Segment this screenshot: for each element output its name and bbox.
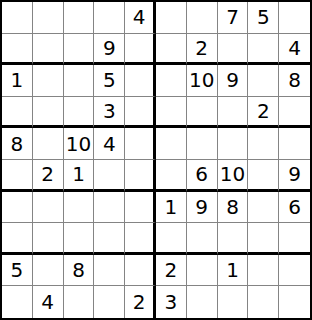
cell-r3c5-empty[interactable] [125, 65, 156, 97]
cell-r7c4-empty[interactable] [94, 192, 125, 224]
cell-r1c10-empty[interactable] [279, 2, 310, 34]
cell-r8c10-empty[interactable] [279, 223, 310, 255]
cell-r3c6-empty[interactable] [156, 65, 187, 97]
cell-r4c1-empty[interactable] [2, 97, 33, 129]
cell-r5c4-given: 4 [94, 128, 125, 160]
cell-r6c4-empty[interactable] [94, 160, 125, 192]
cell-r1c7-empty[interactable] [187, 2, 218, 34]
cell-r2c7-given: 2 [187, 34, 218, 66]
cell-r10c9-empty[interactable] [248, 286, 279, 318]
cell-r6c7-given: 6 [187, 160, 218, 192]
cell-r8c9-empty[interactable] [248, 223, 279, 255]
cell-r3c1-given: 1 [2, 65, 33, 97]
cell-r1c4-empty[interactable] [94, 2, 125, 34]
cell-r3c2-empty[interactable] [33, 65, 64, 97]
cell-r10c2-given: 4 [33, 286, 64, 318]
cell-r6c8-given: 10 [218, 160, 249, 192]
cell-r2c9-empty[interactable] [248, 34, 279, 66]
cell-r7c5-empty[interactable] [125, 192, 156, 224]
cell-r9c7-empty[interactable] [187, 255, 218, 287]
cell-r2c6-empty[interactable] [156, 34, 187, 66]
cell-r2c1-empty[interactable] [2, 34, 33, 66]
cell-r10c8-empty[interactable] [218, 286, 249, 318]
cell-r10c5-given: 2 [125, 286, 156, 318]
cell-r9c8-given: 1 [218, 255, 249, 287]
cell-r6c1-empty[interactable] [2, 160, 33, 192]
cell-r6c9-empty[interactable] [248, 160, 279, 192]
cell-r1c1-empty[interactable] [2, 2, 33, 34]
cell-r6c2-given: 2 [33, 160, 64, 192]
cell-r8c7-empty[interactable] [187, 223, 218, 255]
cell-r4c8-empty[interactable] [218, 97, 249, 129]
cell-r5c8-empty[interactable] [218, 128, 249, 160]
cell-r9c4-empty[interactable] [94, 255, 125, 287]
cell-r4c9-given: 2 [248, 97, 279, 129]
cell-r1c5-given: 4 [125, 2, 156, 34]
cell-r5c2-empty[interactable] [33, 128, 64, 160]
cell-r10c7-empty[interactable] [187, 286, 218, 318]
cell-r4c6-empty[interactable] [156, 97, 187, 129]
cell-r3c9-empty[interactable] [248, 65, 279, 97]
cell-r4c10-empty[interactable] [279, 97, 310, 129]
cell-r6c5-empty[interactable] [125, 160, 156, 192]
cell-r10c1-empty[interactable] [2, 286, 33, 318]
cell-r8c5-empty[interactable] [125, 223, 156, 255]
cell-r1c8-given: 7 [218, 2, 249, 34]
cell-r2c8-empty[interactable] [218, 34, 249, 66]
cell-r3c8-given: 9 [218, 65, 249, 97]
cell-r6c6-empty[interactable] [156, 160, 187, 192]
cell-r7c6-given: 1 [156, 192, 187, 224]
cell-r5c9-empty[interactable] [248, 128, 279, 160]
cell-r3c4-given: 5 [94, 65, 125, 97]
cell-r8c4-empty[interactable] [94, 223, 125, 255]
cell-r8c1-empty[interactable] [2, 223, 33, 255]
cell-r5c5-empty[interactable] [125, 128, 156, 160]
cell-r9c1-given: 5 [2, 255, 33, 287]
cell-r1c2-empty[interactable] [33, 2, 64, 34]
cell-r5c1-given: 8 [2, 128, 33, 160]
cell-r2c5-empty[interactable] [125, 34, 156, 66]
cell-r5c3-given: 10 [64, 128, 95, 160]
cell-r6c3-given: 1 [64, 160, 95, 192]
cell-r9c5-empty[interactable] [125, 255, 156, 287]
cell-r7c1-empty[interactable] [2, 192, 33, 224]
cell-r3c3-empty[interactable] [64, 65, 95, 97]
cell-r1c3-empty[interactable] [64, 2, 95, 34]
cell-r3c7-given: 10 [187, 65, 218, 97]
cell-r2c2-empty[interactable] [33, 34, 64, 66]
cell-r8c6-empty[interactable] [156, 223, 187, 255]
cell-r8c2-empty[interactable] [33, 223, 64, 255]
cell-r7c2-empty[interactable] [33, 192, 64, 224]
cell-r10c6-given: 3 [156, 286, 187, 318]
cell-r10c4-empty[interactable] [94, 286, 125, 318]
cell-r7c3-empty[interactable] [64, 192, 95, 224]
cell-r9c9-empty[interactable] [248, 255, 279, 287]
cell-r9c6-given: 2 [156, 255, 187, 287]
cell-r4c4-given: 3 [94, 97, 125, 129]
cell-r4c2-empty[interactable] [33, 97, 64, 129]
cell-r10c10-empty[interactable] [279, 286, 310, 318]
cell-r8c3-empty[interactable] [64, 223, 95, 255]
cell-r6c10-given: 9 [279, 160, 310, 192]
cell-r7c8-given: 8 [218, 192, 249, 224]
cell-r5c6-empty[interactable] [156, 128, 187, 160]
cell-r5c10-empty[interactable] [279, 128, 310, 160]
cell-r2c4-given: 9 [94, 34, 125, 66]
cell-r5c7-empty[interactable] [187, 128, 218, 160]
cell-r9c2-empty[interactable] [33, 255, 64, 287]
cell-r8c8-empty[interactable] [218, 223, 249, 255]
cell-r2c10-given: 4 [279, 34, 310, 66]
cell-r9c3-given: 8 [64, 255, 95, 287]
cell-r4c3-empty[interactable] [64, 97, 95, 129]
cell-r1c9-given: 5 [248, 2, 279, 34]
cell-r9c10-empty[interactable] [279, 255, 310, 287]
cell-r4c5-empty[interactable] [125, 97, 156, 129]
cell-r7c7-given: 9 [187, 192, 218, 224]
cell-r3c10-given: 8 [279, 65, 310, 97]
cell-r2c3-empty[interactable] [64, 34, 95, 66]
cell-r1c6-empty[interactable] [156, 2, 187, 34]
cell-r10c3-empty[interactable] [64, 286, 95, 318]
cell-r4c7-empty[interactable] [187, 97, 218, 129]
cell-r7c10-given: 6 [279, 192, 310, 224]
sudoku-board: 47592415109832810421610919865821423 [0, 0, 312, 320]
cell-r7c9-empty[interactable] [248, 192, 279, 224]
